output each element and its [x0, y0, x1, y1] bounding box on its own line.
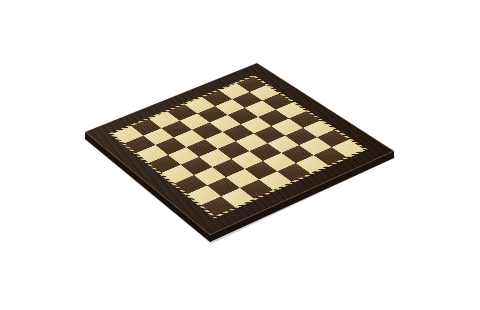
board-playing-field	[113, 77, 364, 216]
product-photo	[0, 0, 480, 310]
chessboard	[85, 63, 394, 235]
